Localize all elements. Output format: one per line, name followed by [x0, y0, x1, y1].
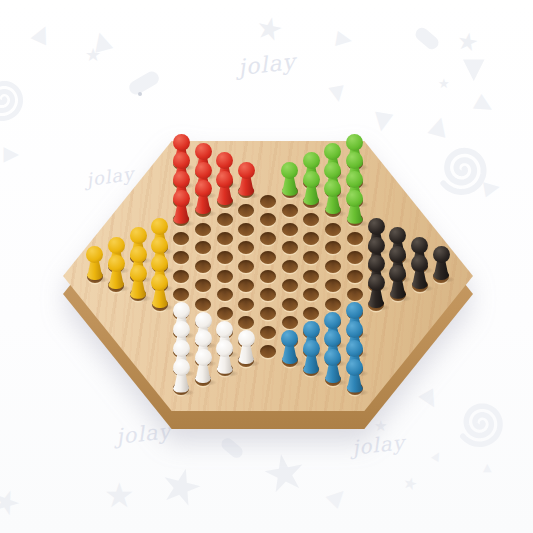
peg-head	[346, 321, 363, 338]
peg-black	[431, 246, 451, 280]
peg-head	[303, 340, 320, 357]
peg-head	[173, 359, 190, 376]
peg-head	[346, 190, 363, 207]
peg-yellow	[128, 265, 148, 299]
peg-head	[389, 246, 406, 263]
chinese-checkers-board	[63, 141, 473, 431]
star-decoration-icon: ★	[155, 458, 208, 515]
star-decoration-icon: ★	[0, 482, 25, 522]
peg-green	[345, 190, 365, 224]
peg-head	[303, 171, 320, 188]
peg-head	[130, 246, 147, 263]
peg-head	[151, 237, 168, 254]
peg-head	[324, 349, 341, 366]
peg-head	[216, 171, 233, 188]
peg-head	[195, 180, 212, 197]
peg-head	[173, 152, 190, 169]
peg-head	[195, 349, 212, 366]
peg-head	[195, 162, 212, 179]
peg-head	[303, 152, 320, 169]
peg-head	[411, 237, 428, 254]
star-decoration-icon: ★	[85, 46, 101, 64]
triangle-decoration-icon: ▲	[328, 85, 347, 107]
peg-head	[346, 340, 363, 357]
peg-head	[324, 162, 341, 179]
peg-head	[324, 330, 341, 347]
rounded-rect-decoration	[413, 25, 441, 52]
peg-green	[323, 180, 343, 214]
peg-blue	[301, 340, 321, 374]
triangle-decoration-icon: ▲	[30, 19, 55, 46]
peg-head	[173, 134, 190, 151]
peg-head	[368, 218, 385, 235]
peg-head	[238, 162, 255, 179]
peg-head	[346, 359, 363, 376]
peg-head	[368, 255, 385, 272]
peg-black	[410, 255, 430, 289]
peg-head	[433, 246, 450, 263]
peg-head	[389, 227, 406, 244]
peg-red	[171, 190, 191, 224]
peg-head	[151, 218, 168, 235]
jolay-watermark: jolay	[351, 430, 406, 459]
dot-decoration	[138, 92, 142, 96]
jolay-watermark: jolay	[237, 49, 297, 80]
peg-head	[346, 171, 363, 188]
spiral-decoration-icon	[0, 76, 26, 125]
peg-head	[346, 302, 363, 319]
peg-head	[151, 255, 168, 272]
peg-blue	[323, 349, 343, 383]
peg-black	[366, 274, 386, 308]
triangle-decoration-icon: ▲	[335, 31, 357, 50]
triangle-decoration-icon: ▲	[371, 111, 393, 138]
peg-green	[301, 171, 321, 205]
star-decoration-icon: ★	[401, 474, 419, 493]
product-photo-scene: ▲▲▲▲▲▲▲▲▲▲▲▲▲▲★★★★★★★★★★jolayjolayjolayj…	[0, 0, 533, 533]
peg-head	[346, 152, 363, 169]
peg-head	[195, 330, 212, 347]
peg-white	[236, 330, 256, 364]
star-decoration-icon: ★	[104, 478, 134, 512]
triangle-decoration-icon: ▲	[427, 111, 451, 139]
peg-black	[388, 265, 408, 299]
triangle-decoration-icon: ▲	[431, 449, 444, 463]
rounded-rect-decoration	[127, 69, 162, 97]
peg-head	[216, 152, 233, 169]
peg-head	[216, 340, 233, 357]
peg-head	[389, 265, 406, 282]
peg-white	[171, 359, 191, 393]
peg-head	[108, 255, 125, 272]
peg-green	[280, 162, 300, 196]
peg-head	[238, 330, 255, 347]
triangle-decoration-icon: ▲	[483, 462, 491, 473]
peg-head	[324, 312, 341, 329]
peg-head	[130, 265, 147, 282]
peg-head	[281, 330, 298, 347]
triangle-decoration-icon: ▲	[463, 58, 485, 86]
peg-head	[281, 162, 298, 179]
star-decoration-icon: ★	[438, 77, 450, 90]
peg-white	[193, 349, 213, 383]
pegs-layer	[63, 141, 473, 411]
peg-head	[368, 237, 385, 254]
peg-head	[324, 143, 341, 160]
peg-blue	[280, 330, 300, 364]
star-decoration-icon: ★	[455, 28, 480, 55]
peg-head	[195, 312, 212, 329]
peg-head	[411, 255, 428, 272]
peg-red	[236, 162, 256, 196]
peg-head	[346, 134, 363, 151]
peg-yellow	[85, 246, 105, 280]
peg-head	[216, 321, 233, 338]
triangle-decoration-icon: ▲	[3, 147, 23, 162]
triangle-decoration-icon: ▲	[472, 93, 500, 119]
peg-yellow	[106, 255, 126, 289]
peg-yellow	[150, 274, 170, 308]
triangle-decoration-icon: ▲	[325, 482, 353, 510]
peg-head	[130, 227, 147, 244]
peg-red	[215, 171, 235, 205]
peg-head	[173, 321, 190, 338]
peg-head	[173, 171, 190, 188]
peg-head	[368, 274, 385, 291]
peg-head	[108, 237, 125, 254]
peg-white	[215, 340, 235, 374]
peg-head	[195, 143, 212, 160]
star-decoration-icon: ★	[258, 444, 311, 501]
peg-red	[193, 180, 213, 214]
peg-head	[303, 321, 320, 338]
peg-head	[173, 340, 190, 357]
rounded-rect-decoration	[219, 436, 245, 461]
peg-head	[173, 190, 190, 207]
star-decoration-icon: ★	[253, 12, 286, 47]
peg-head	[86, 246, 103, 263]
peg-head	[324, 180, 341, 197]
peg-blue	[345, 359, 365, 393]
peg-head	[151, 274, 168, 291]
peg-head	[173, 302, 190, 319]
